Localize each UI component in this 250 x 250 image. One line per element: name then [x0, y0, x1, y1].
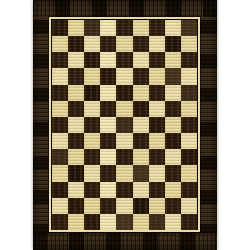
board-cell-dark [133, 198, 149, 214]
board-cell-light [133, 20, 149, 36]
board-cell-light [181, 101, 197, 117]
board-cell-dark [52, 117, 68, 133]
board-cell-light [133, 117, 149, 133]
board-cell-dark [116, 182, 132, 198]
board-cell-dark [68, 133, 84, 149]
board-cell-dark [84, 117, 100, 133]
board-cell-light [133, 52, 149, 68]
board-cell-dark [100, 133, 116, 149]
board-cell-light [68, 182, 84, 198]
board-cell-dark [133, 101, 149, 117]
board-cell-dark [84, 214, 100, 230]
board-cell-dark [100, 165, 116, 181]
board-cell-light [68, 214, 84, 230]
board-cell-dark [181, 149, 197, 165]
board-cell-dark [149, 20, 165, 36]
board-cell-light [181, 36, 197, 52]
board-cell-dark [100, 36, 116, 52]
board-cell-dark [68, 68, 84, 84]
board-cell-light [116, 101, 132, 117]
board-cell-dark [68, 165, 84, 181]
board-cell-dark [149, 214, 165, 230]
board-cell-dark [165, 36, 181, 52]
board-cell-dark [84, 20, 100, 36]
board-cell-light [165, 52, 181, 68]
board-cell-dark [68, 36, 84, 52]
board-cell-dark [52, 149, 68, 165]
board-cell-dark [52, 52, 68, 68]
board-cell-light [149, 198, 165, 214]
board-cell-dark [116, 149, 132, 165]
board-cell-light [84, 36, 100, 52]
board-cell-light [68, 117, 84, 133]
board-cell-light [165, 182, 181, 198]
board-cell-light [133, 182, 149, 198]
board-cell-light [100, 214, 116, 230]
board-cell-dark [133, 165, 149, 181]
board-cell-light [165, 85, 181, 101]
board-cell-light [133, 214, 149, 230]
board-cell-dark [84, 182, 100, 198]
board-cell-dark [181, 214, 197, 230]
board-cell-light [149, 133, 165, 149]
board-cell-light [52, 133, 68, 149]
board-cell-dark [84, 52, 100, 68]
board-cell-light [133, 85, 149, 101]
board-cell-dark [149, 85, 165, 101]
board-cell-dark [133, 133, 149, 149]
board-cell-light [52, 36, 68, 52]
board-cell-dark [149, 149, 165, 165]
board-cell-light [100, 182, 116, 198]
board-cell-light [84, 133, 100, 149]
board-cell-light [100, 52, 116, 68]
board-cell-light [116, 36, 132, 52]
page-background [0, 0, 250, 250]
board-cell-dark [165, 101, 181, 117]
board-cell-light [165, 214, 181, 230]
board-cell-light [68, 149, 84, 165]
board-cell-light [165, 117, 181, 133]
board-cell-light [84, 165, 100, 181]
board-cell-light [68, 52, 84, 68]
board-cell-dark [165, 198, 181, 214]
board-cell-dark [133, 68, 149, 84]
board-cell-light [52, 68, 68, 84]
board-cell-dark [149, 182, 165, 198]
board-cell-light [149, 36, 165, 52]
rug-border-top [33, 0, 217, 17]
board-cell-dark [100, 198, 116, 214]
board-cell-dark [181, 85, 197, 101]
board-cell-dark [149, 52, 165, 68]
board-cell-dark [165, 68, 181, 84]
board-cell-light [149, 101, 165, 117]
board-cell-light [84, 101, 100, 117]
board-cell-dark [52, 182, 68, 198]
board-cell-dark [52, 20, 68, 36]
board-cell-light [68, 20, 84, 36]
board-cell-light [149, 68, 165, 84]
board-cell-dark [116, 52, 132, 68]
board-cell-light [181, 165, 197, 181]
board-cell-light [116, 133, 132, 149]
board-cell-dark [100, 101, 116, 117]
board-cell-dark [116, 117, 132, 133]
board-cell-light [68, 85, 84, 101]
board-cell-dark [165, 165, 181, 181]
checkerboard-rug-photo [33, 0, 217, 250]
board-cell-dark [181, 182, 197, 198]
board-cell-light [52, 101, 68, 117]
board-cell-light [181, 198, 197, 214]
board-cell-dark [133, 36, 149, 52]
board-cell-dark [165, 133, 181, 149]
board-cell-dark [181, 117, 197, 133]
board-cell-light [52, 198, 68, 214]
board-cell-dark [84, 85, 100, 101]
board-cell-light [149, 165, 165, 181]
board-cell-light [116, 198, 132, 214]
board-cell-dark [68, 101, 84, 117]
board-cell-light [100, 85, 116, 101]
board-cell-light [100, 117, 116, 133]
board-cell-light [100, 149, 116, 165]
rug-border-bottom [33, 233, 217, 250]
board-cell-light [181, 133, 197, 149]
rug-border-right [200, 0, 217, 250]
checkerboard [52, 20, 197, 230]
board-cell-dark [84, 149, 100, 165]
board-cell-light [165, 149, 181, 165]
board-cell-light [133, 149, 149, 165]
board-cell-light [84, 198, 100, 214]
board-cell-light [165, 20, 181, 36]
board-cell-light [100, 20, 116, 36]
board-cell-dark [116, 20, 132, 36]
board-cell-light [52, 165, 68, 181]
board-cell-dark [116, 214, 132, 230]
board-cell-dark [116, 85, 132, 101]
board-cell-light [116, 68, 132, 84]
rug-border-left [33, 0, 49, 250]
board-cell-light [181, 68, 197, 84]
board-cell-light [116, 165, 132, 181]
board-cell-dark [181, 52, 197, 68]
board-cell-dark [181, 20, 197, 36]
board-cell-dark [52, 214, 68, 230]
board-cell-dark [68, 198, 84, 214]
board-cell-dark [52, 85, 68, 101]
board-cell-light [84, 68, 100, 84]
board-cell-dark [100, 68, 116, 84]
board-cell-dark [149, 117, 165, 133]
